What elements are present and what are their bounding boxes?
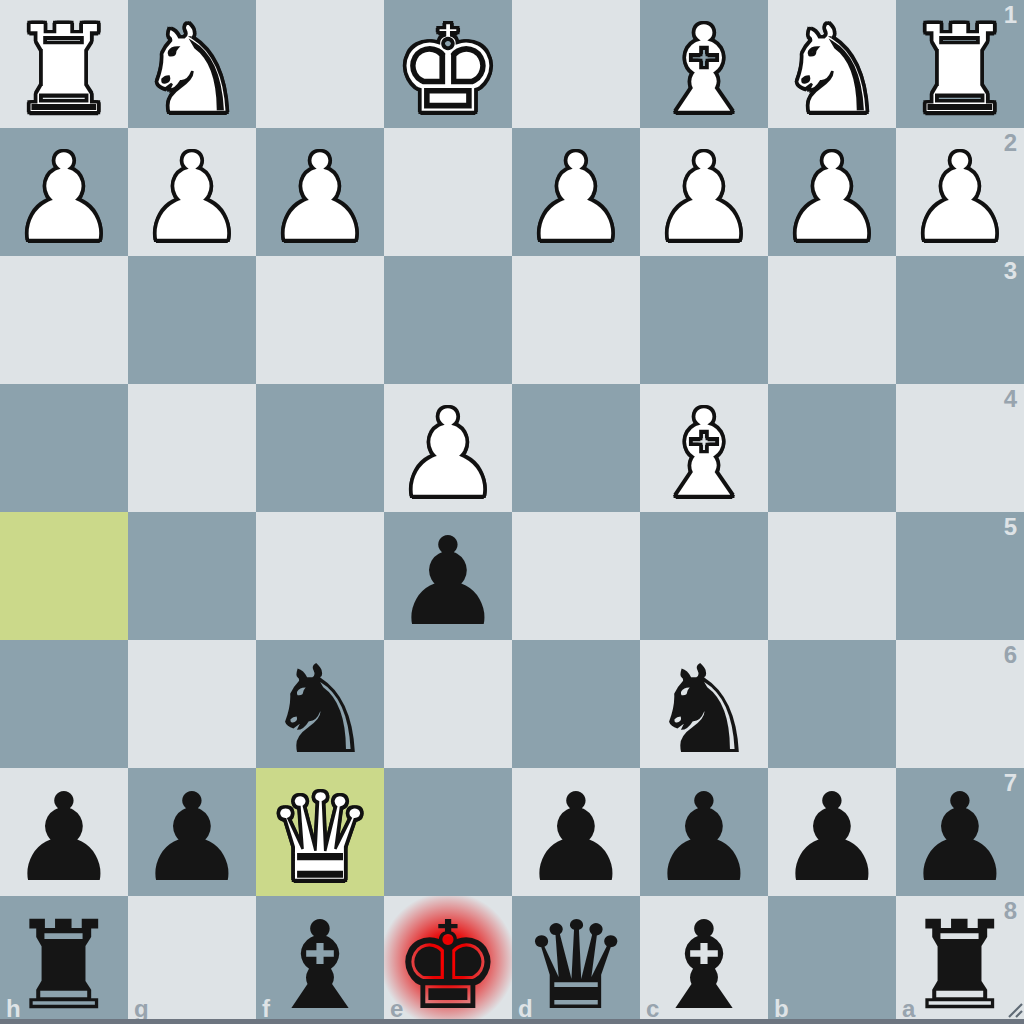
black-pawn[interactable]: ♟ (393, 518, 502, 646)
black-pawn[interactable]: ♟ (9, 774, 118, 902)
square-g5[interactable] (128, 512, 256, 640)
square-f1[interactable] (256, 0, 384, 128)
square-g7[interactable]: ♟ (128, 768, 256, 896)
square-d5[interactable] (512, 512, 640, 640)
square-f5[interactable] (256, 512, 384, 640)
coord-rank-5: 5 (1004, 513, 1017, 541)
coord-rank-3: 3 (1004, 257, 1017, 285)
black-bishop[interactable]: ♝ (265, 902, 374, 1024)
white-rook[interactable]: ♜ (905, 6, 1014, 134)
square-g1[interactable]: ♞ (128, 0, 256, 128)
white-bishop[interactable]: ♝ (649, 6, 758, 134)
coord-rank-7: 7 (1004, 769, 1017, 797)
square-h8[interactable]: ♜h (0, 896, 128, 1024)
black-rook[interactable]: ♜ (9, 902, 118, 1024)
square-e4[interactable]: ♟ (384, 384, 512, 512)
square-b8[interactable]: b (768, 896, 896, 1024)
white-pawn[interactable]: ♟ (649, 134, 758, 262)
square-a3[interactable]: 3 (896, 256, 1024, 384)
white-pawn[interactable]: ♟ (521, 134, 630, 262)
square-g4[interactable] (128, 384, 256, 512)
square-e6[interactable] (384, 640, 512, 768)
white-knight[interactable]: ♞ (777, 6, 886, 134)
white-knight[interactable]: ♞ (137, 6, 246, 134)
square-a4[interactable]: 4 (896, 384, 1024, 512)
square-e8[interactable]: ♚e (384, 896, 512, 1024)
square-g2[interactable]: ♟ (128, 128, 256, 256)
white-pawn[interactable]: ♟ (9, 134, 118, 262)
white-bishop[interactable]: ♝ (649, 390, 758, 518)
square-d7[interactable]: ♟ (512, 768, 640, 896)
black-pawn[interactable]: ♟ (905, 774, 1014, 902)
square-b3[interactable] (768, 256, 896, 384)
square-f4[interactable] (256, 384, 384, 512)
square-c1[interactable]: ♝ (640, 0, 768, 128)
square-d3[interactable] (512, 256, 640, 384)
black-rook[interactable]: ♜ (905, 902, 1014, 1024)
square-d1[interactable] (512, 0, 640, 128)
chess-board: ♜♞♚♝♞♜1♟♟♟♟♟♟♟23♟♝4♟5♞♞6♟♟♛♟♟♟♟7♜hg♝f♚e♛… (0, 0, 1024, 1024)
square-b1[interactable]: ♞ (768, 0, 896, 128)
square-a2[interactable]: ♟2 (896, 128, 1024, 256)
board-resize-handle[interactable] (1005, 1000, 1023, 1018)
white-pawn[interactable]: ♟ (393, 390, 502, 518)
square-f7[interactable]: ♛ (256, 768, 384, 896)
square-f6[interactable]: ♞ (256, 640, 384, 768)
white-pawn[interactable]: ♟ (265, 134, 374, 262)
square-b7[interactable]: ♟ (768, 768, 896, 896)
black-queen[interactable]: ♛ (521, 902, 630, 1024)
square-f3[interactable] (256, 256, 384, 384)
square-h6[interactable] (0, 640, 128, 768)
square-h2[interactable]: ♟ (0, 128, 128, 256)
black-pawn[interactable]: ♟ (777, 774, 886, 902)
square-e1[interactable]: ♚ (384, 0, 512, 128)
page-edge-strip (0, 1019, 1024, 1024)
coord-rank-4: 4 (1004, 385, 1017, 413)
white-queen[interactable]: ♛ (265, 774, 374, 902)
chess-board-wrap: ♜♞♚♝♞♜1♟♟♟♟♟♟♟23♟♝4♟5♞♞6♟♟♛♟♟♟♟7♜hg♝f♚e♛… (0, 0, 1024, 1024)
square-c8[interactable]: ♝c (640, 896, 768, 1024)
square-e2[interactable] (384, 128, 512, 256)
coord-rank-1: 1 (1004, 1, 1017, 29)
square-d4[interactable] (512, 384, 640, 512)
square-c2[interactable]: ♟ (640, 128, 768, 256)
square-e7[interactable] (384, 768, 512, 896)
square-g6[interactable] (128, 640, 256, 768)
square-b6[interactable] (768, 640, 896, 768)
square-f2[interactable]: ♟ (256, 128, 384, 256)
square-a1[interactable]: ♜1 (896, 0, 1024, 128)
square-e3[interactable] (384, 256, 512, 384)
square-c6[interactable]: ♞ (640, 640, 768, 768)
square-a5[interactable]: 5 (896, 512, 1024, 640)
square-b2[interactable]: ♟ (768, 128, 896, 256)
black-knight[interactable]: ♞ (265, 646, 374, 774)
square-f8[interactable]: ♝f (256, 896, 384, 1024)
square-c4[interactable]: ♝ (640, 384, 768, 512)
white-king[interactable]: ♚ (393, 6, 502, 134)
square-c7[interactable]: ♟ (640, 768, 768, 896)
white-pawn[interactable]: ♟ (905, 134, 1014, 262)
black-king[interactable]: ♚ (393, 902, 502, 1024)
square-h3[interactable] (0, 256, 128, 384)
coord-rank-8: 8 (1004, 897, 1017, 925)
square-d6[interactable] (512, 640, 640, 768)
square-c3[interactable] (640, 256, 768, 384)
square-g8[interactable]: g (128, 896, 256, 1024)
white-pawn[interactable]: ♟ (137, 134, 246, 262)
square-e5[interactable]: ♟ (384, 512, 512, 640)
square-d8[interactable]: ♛d (512, 896, 640, 1024)
square-b4[interactable] (768, 384, 896, 512)
square-h7[interactable]: ♟ (0, 768, 128, 896)
black-pawn[interactable]: ♟ (521, 774, 630, 902)
black-knight[interactable]: ♞ (649, 646, 758, 774)
white-pawn[interactable]: ♟ (777, 134, 886, 262)
square-b5[interactable] (768, 512, 896, 640)
black-pawn[interactable]: ♟ (137, 774, 246, 902)
square-g3[interactable] (128, 256, 256, 384)
white-rook[interactable]: ♜ (9, 6, 118, 134)
coord-rank-6: 6 (1004, 641, 1017, 669)
square-h1[interactable]: ♜ (0, 0, 128, 128)
coord-rank-2: 2 (1004, 129, 1017, 157)
square-a7[interactable]: ♟7 (896, 768, 1024, 896)
square-a6[interactable]: 6 (896, 640, 1024, 768)
black-bishop[interactable]: ♝ (649, 902, 758, 1024)
square-d2[interactable]: ♟ (512, 128, 640, 256)
square-c5[interactable] (640, 512, 768, 640)
square-h5[interactable] (0, 512, 128, 640)
square-h4[interactable] (0, 384, 128, 512)
black-pawn[interactable]: ♟ (649, 774, 758, 902)
